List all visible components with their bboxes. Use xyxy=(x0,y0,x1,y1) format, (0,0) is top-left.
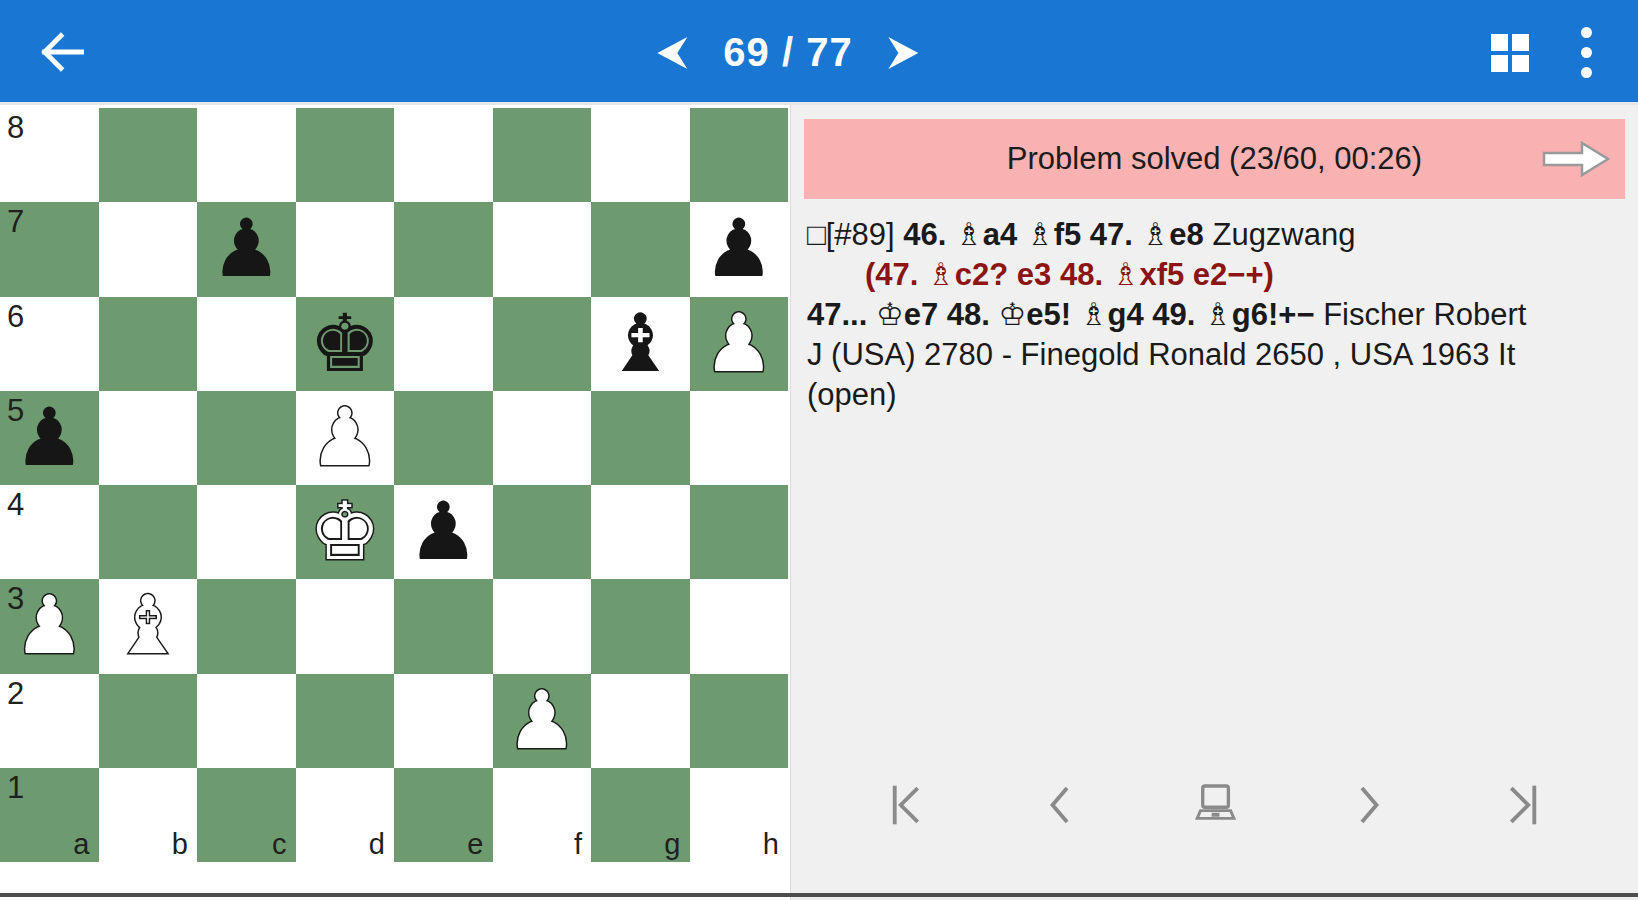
square-d6[interactable]: ♚ xyxy=(296,297,395,391)
square-g5[interactable] xyxy=(591,391,690,485)
square-c6[interactable] xyxy=(197,297,296,391)
file-label-b: b xyxy=(172,828,188,861)
file-label-c: c xyxy=(272,828,287,861)
move-navigation-bar xyxy=(791,760,1638,850)
square-h2[interactable] xyxy=(690,674,789,768)
app-screen: 69 / 77 87♟♟6♚♝♟5♟♟4♚♟3♟♝2♟1abcdefgh Pro… xyxy=(0,0,1638,900)
square-b5[interactable] xyxy=(99,391,198,485)
square-a6[interactable]: 6 xyxy=(0,297,99,391)
square-a8[interactable]: 8 xyxy=(0,108,99,202)
square-e8[interactable] xyxy=(394,108,493,202)
white-pawn-a3[interactable]: ♟ xyxy=(0,579,99,673)
square-f7[interactable] xyxy=(493,202,592,296)
square-h3[interactable] xyxy=(690,579,789,673)
square-d5[interactable]: ♟ xyxy=(296,391,395,485)
square-h5[interactable] xyxy=(690,391,789,485)
square-h7[interactable]: ♟ xyxy=(690,202,789,296)
bottom-divider xyxy=(0,893,1638,897)
square-a2[interactable]: 2 xyxy=(0,674,99,768)
problem-pager: 69 / 77 xyxy=(653,0,922,105)
file-label-a: a xyxy=(73,828,89,861)
file-label-g: g xyxy=(664,828,680,861)
square-h8[interactable] xyxy=(690,108,789,202)
square-e2[interactable] xyxy=(394,674,493,768)
square-f5[interactable] xyxy=(493,391,592,485)
file-label-d: d xyxy=(369,828,385,861)
square-g1[interactable]: g xyxy=(591,768,690,862)
solution-moves-2: 47... ♔e7 48. ♔e5! ♗g4 49. ♗g6!+− xyxy=(807,297,1323,332)
white-pawn-h6[interactable]: ♟ xyxy=(690,297,789,391)
back-arrow-icon[interactable] xyxy=(36,26,88,78)
engine-analysis-icon[interactable] xyxy=(1186,776,1244,834)
white-king-d4[interactable]: ♚ xyxy=(296,485,395,579)
overflow-menu-icon[interactable] xyxy=(1577,23,1596,82)
square-d8[interactable] xyxy=(296,108,395,202)
white-pawn-d5[interactable]: ♟ xyxy=(296,391,395,485)
annotation-main-line-1: □[#89] 46. ♗a4 ♗f5 47. ♗e8 Zugzwang xyxy=(807,215,1547,255)
square-b3[interactable]: ♝ xyxy=(99,579,198,673)
white-bishop-b3[interactable]: ♝ xyxy=(99,579,198,673)
square-h4[interactable] xyxy=(690,485,789,579)
rank-label-6: 6 xyxy=(7,299,24,335)
square-b6[interactable] xyxy=(99,297,198,391)
square-e6[interactable] xyxy=(394,297,493,391)
black-pawn-h7[interactable]: ♟ xyxy=(690,202,789,296)
square-g7[interactable] xyxy=(591,202,690,296)
variation-line: (47. ♗c2? e3 48. ♗xf5 e2−+) xyxy=(807,255,1547,295)
black-pawn-a5[interactable]: ♟ xyxy=(0,391,99,485)
square-a1[interactable]: 1a xyxy=(0,768,99,862)
square-d1[interactable]: d xyxy=(296,768,395,862)
square-d2[interactable] xyxy=(296,674,395,768)
square-b2[interactable] xyxy=(99,674,198,768)
square-c2[interactable] xyxy=(197,674,296,768)
square-d4[interactable]: ♚ xyxy=(296,485,395,579)
square-b8[interactable] xyxy=(99,108,198,202)
annotation-main-line-2: 47... ♔e7 48. ♔e5! ♗g4 49. ♗g6!+− Fische… xyxy=(807,295,1547,415)
file-label-h: h xyxy=(763,828,779,861)
pager-title: 69 / 77 xyxy=(723,30,852,75)
square-f4[interactable] xyxy=(493,485,592,579)
square-c4[interactable] xyxy=(197,485,296,579)
problem-solved-text: Problem solved (23/60, 00:26) xyxy=(1007,141,1422,177)
square-c7[interactable]: ♟ xyxy=(197,202,296,296)
square-f3[interactable] xyxy=(493,579,592,673)
black-pawn-c7[interactable]: ♟ xyxy=(197,202,296,296)
board-column: 87♟♟6♚♝♟5♟♟4♚♟3♟♝2♟1abcdefgh xyxy=(0,105,790,900)
problem-grid-icon[interactable] xyxy=(1491,34,1529,72)
rank-label-1: 1 xyxy=(7,770,24,806)
square-g2[interactable] xyxy=(591,674,690,768)
square-g6[interactable]: ♝ xyxy=(591,297,690,391)
white-pawn-f2[interactable]: ♟ xyxy=(493,674,592,768)
next-problem-icon[interactable] xyxy=(887,34,923,72)
square-f8[interactable] xyxy=(493,108,592,202)
go-previous-icon[interactable] xyxy=(1032,776,1090,834)
rank-label-2: 2 xyxy=(7,676,24,712)
square-h1[interactable]: h xyxy=(690,768,789,862)
white-to-move-marker: □[#89] xyxy=(807,217,903,252)
black-bishop-g6[interactable]: ♝ xyxy=(591,297,690,391)
square-e5[interactable] xyxy=(394,391,493,485)
square-b4[interactable] xyxy=(99,485,198,579)
square-f1[interactable]: f xyxy=(493,768,592,862)
go-last-icon[interactable] xyxy=(1492,776,1550,834)
square-e7[interactable] xyxy=(394,202,493,296)
square-a3[interactable]: 3♟ xyxy=(0,579,99,673)
rank-label-7: 7 xyxy=(7,204,24,240)
square-a4[interactable]: 4 xyxy=(0,485,99,579)
square-a7[interactable]: 7 xyxy=(0,202,99,296)
problem-solved-banner[interactable]: Problem solved (23/60, 00:26) xyxy=(804,119,1625,199)
solution-moves-1: 46. ♗a4 ♗f5 47. ♗e8 xyxy=(903,217,1212,252)
next-arrow-icon[interactable] xyxy=(1541,138,1613,180)
annotation-comment: Zugzwang xyxy=(1212,217,1355,252)
square-e4[interactable]: ♟ xyxy=(394,485,493,579)
square-c3[interactable] xyxy=(197,579,296,673)
square-d3[interactable] xyxy=(296,579,395,673)
rank-label-4: 4 xyxy=(7,487,24,523)
square-e1[interactable]: e xyxy=(394,768,493,862)
black-king-d6[interactable]: ♚ xyxy=(296,297,395,391)
square-f6[interactable] xyxy=(493,297,592,391)
square-b7[interactable] xyxy=(99,202,198,296)
info-panel: Problem solved (23/60, 00:26) □[#89] 46.… xyxy=(790,105,1638,900)
square-g3[interactable] xyxy=(591,579,690,673)
square-g8[interactable] xyxy=(591,108,690,202)
square-d7[interactable] xyxy=(296,202,395,296)
black-pawn-e4[interactable]: ♟ xyxy=(394,485,493,579)
square-c8[interactable] xyxy=(197,108,296,202)
square-a5[interactable]: 5♟ xyxy=(0,391,99,485)
rank-label-8: 8 xyxy=(7,110,24,146)
square-c1[interactable]: c xyxy=(197,768,296,862)
app-bar-actions xyxy=(1491,0,1596,105)
square-h6[interactable]: ♟ xyxy=(690,297,789,391)
square-f2[interactable]: ♟ xyxy=(493,674,592,768)
file-label-f: f xyxy=(574,828,582,861)
file-label-e: e xyxy=(467,828,483,861)
app-bar: 69 / 77 xyxy=(0,0,1638,105)
move-annotation: □[#89] 46. ♗a4 ♗f5 47. ♗e8 Zugzwang (47.… xyxy=(807,215,1547,415)
square-g4[interactable] xyxy=(591,485,690,579)
go-next-icon[interactable] xyxy=(1339,776,1397,834)
chess-board: 87♟♟6♚♝♟5♟♟4♚♟3♟♝2♟1abcdefgh xyxy=(0,108,790,862)
square-e3[interactable] xyxy=(394,579,493,673)
square-c5[interactable] xyxy=(197,391,296,485)
previous-problem-icon[interactable] xyxy=(653,34,689,72)
square-b1[interactable]: b xyxy=(99,768,198,862)
go-first-icon[interactable] xyxy=(879,776,937,834)
